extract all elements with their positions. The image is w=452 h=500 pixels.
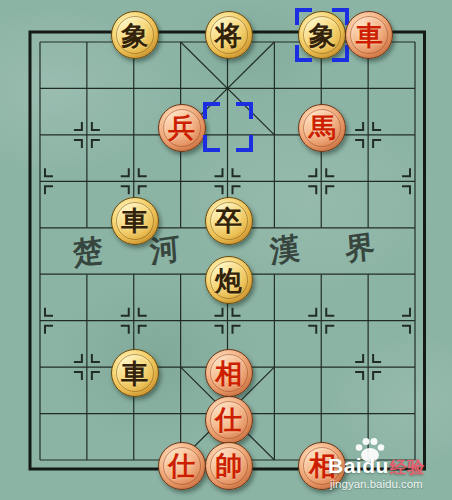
target-corner-bl: [203, 135, 220, 152]
piece-glyph: 将: [215, 22, 242, 49]
piece-black-chariot[interactable]: 車: [111, 349, 159, 397]
piece-red-advisor[interactable]: 仕: [158, 442, 206, 490]
piece-black-general[interactable]: 将: [205, 11, 253, 59]
piece-red-horse[interactable]: 馬: [298, 104, 346, 152]
piece-glyph: 馬: [309, 114, 336, 141]
piece-glyph: 車: [121, 360, 148, 387]
piece-glyph: 兵: [168, 114, 195, 141]
piece-black-elephant[interactable]: 象: [298, 11, 346, 59]
piece-glyph: 仕: [215, 406, 242, 433]
watermark-url: jingyan.baidu.com: [330, 478, 423, 490]
piece-black-soldier[interactable]: 卒: [205, 197, 253, 245]
xiangqi-app: { "game": "xiangqi", "board": { "cols": …: [0, 0, 452, 500]
piece-red-elephant[interactable]: 相: [205, 349, 253, 397]
piece-glyph: 相: [215, 360, 242, 387]
piece-glyph: 象: [309, 22, 336, 49]
piece-glyph: 車: [121, 207, 148, 234]
piece-red-chariot[interactable]: 車: [345, 11, 393, 59]
baidu-watermark: Baidu经验 jingyan.baidu.com: [328, 439, 442, 493]
piece-red-advisor[interactable]: 仕: [205, 396, 253, 444]
move-target-marker[interactable]: [203, 102, 253, 152]
watermark-brand-text: Baidu: [328, 454, 389, 477]
watermark-brand: Baidu经验: [328, 454, 425, 479]
piece-glyph: 仕: [168, 452, 195, 479]
piece-glyph: 炮: [215, 267, 242, 294]
piece-black-chariot[interactable]: 車: [111, 197, 159, 245]
target-corner-tl: [203, 102, 220, 119]
piece-black-cannon[interactable]: 炮: [205, 256, 253, 304]
watermark-brand-suffix: 经验: [390, 458, 425, 477]
piece-red-soldier[interactable]: 兵: [158, 104, 206, 152]
piece-black-elephant[interactable]: 象: [111, 11, 159, 59]
piece-glyph: 卒: [215, 207, 242, 234]
piece-glyph: 車: [356, 22, 383, 49]
piece-red-general[interactable]: 帥: [205, 442, 253, 490]
target-corner-tr: [236, 102, 253, 119]
piece-glyph: 帥: [215, 452, 242, 479]
piece-glyph: 象: [121, 22, 148, 49]
target-corner-br: [236, 135, 253, 152]
